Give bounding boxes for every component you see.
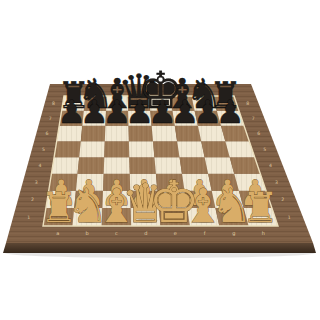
piece-black-pawn-h7[interactable]: ♟ bbox=[216, 93, 245, 131]
rank-label-left-3: 3 bbox=[35, 180, 38, 185]
rank-label-right-7: 7 bbox=[252, 116, 255, 121]
rank-label-left-2: 2 bbox=[31, 197, 34, 202]
rank-label-right-5: 5 bbox=[263, 147, 266, 152]
rank-label-left-4: 4 bbox=[38, 163, 41, 168]
board-side-edge bbox=[3, 243, 316, 253]
rank-label-right-2: 2 bbox=[281, 197, 284, 202]
scene: abcdefgh1122334455667788 ♜♞♝♛♚♝♞♜♟♟♟♟♟♟♟… bbox=[0, 0, 320, 320]
rank-label-right-4: 4 bbox=[269, 163, 272, 168]
rank-label-right-6: 6 bbox=[257, 131, 260, 136]
rank-label-right-8: 8 bbox=[246, 101, 249, 106]
rank-label-left-1: 1 bbox=[27, 215, 30, 220]
rank-label-left-6: 6 bbox=[45, 131, 48, 136]
rank-label-left-5: 5 bbox=[42, 147, 45, 152]
chess-board: abcdefgh1122334455667788 ♜♞♝♛♚♝♞♜♟♟♟♟♟♟♟… bbox=[0, 0, 320, 320]
piece-white-rook-h1[interactable]: ♜ bbox=[242, 183, 279, 232]
rank-label-right-1: 1 bbox=[288, 215, 291, 220]
rank-label-left-7: 7 bbox=[49, 116, 52, 121]
rank-label-left-8: 8 bbox=[52, 101, 55, 106]
